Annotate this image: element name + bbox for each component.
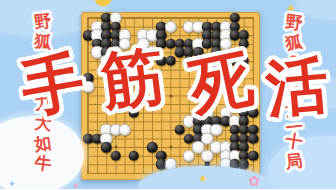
white-stone[interactable] xyxy=(201,150,214,162)
caption-char: 牛 xyxy=(30,154,56,174)
flower-icon: ✿ xyxy=(248,174,260,188)
sparkle-star-icon: ✦ xyxy=(198,173,208,185)
white-stone[interactable] xyxy=(183,150,196,162)
thumbnail-stage: ✦✦✿✦✦ 野狐1段力大如牛 野狐1段第二十局 手筋死活 xyxy=(0,0,336,189)
star-point xyxy=(114,146,117,149)
black-stone[interactable] xyxy=(248,133,259,143)
black-stone[interactable] xyxy=(101,142,112,152)
title-char: 活 xyxy=(263,53,330,120)
star-point xyxy=(169,94,172,97)
black-stone[interactable] xyxy=(248,151,259,161)
caption-char: 野 xyxy=(281,13,307,33)
sparkle-star-icon: ✦ xyxy=(72,182,80,190)
black-stone[interactable] xyxy=(129,151,140,161)
caption-char: 局 xyxy=(281,151,307,171)
caption-char: 十 xyxy=(281,131,307,151)
caption-char: 野 xyxy=(30,11,56,31)
black-stone[interactable] xyxy=(110,151,121,161)
star-point xyxy=(169,146,172,149)
sparkle-star-icon: ✦ xyxy=(8,180,16,189)
black-stone[interactable] xyxy=(174,125,185,135)
title-char: 手 xyxy=(17,49,89,121)
black-stone[interactable] xyxy=(147,142,158,152)
white-stone[interactable] xyxy=(118,124,131,136)
title-char: 筋 xyxy=(98,44,167,113)
black-stone[interactable] xyxy=(165,56,176,66)
caption-char: 如 xyxy=(30,133,56,153)
title-char: 死 xyxy=(184,46,258,120)
white-stone[interactable] xyxy=(164,20,177,32)
